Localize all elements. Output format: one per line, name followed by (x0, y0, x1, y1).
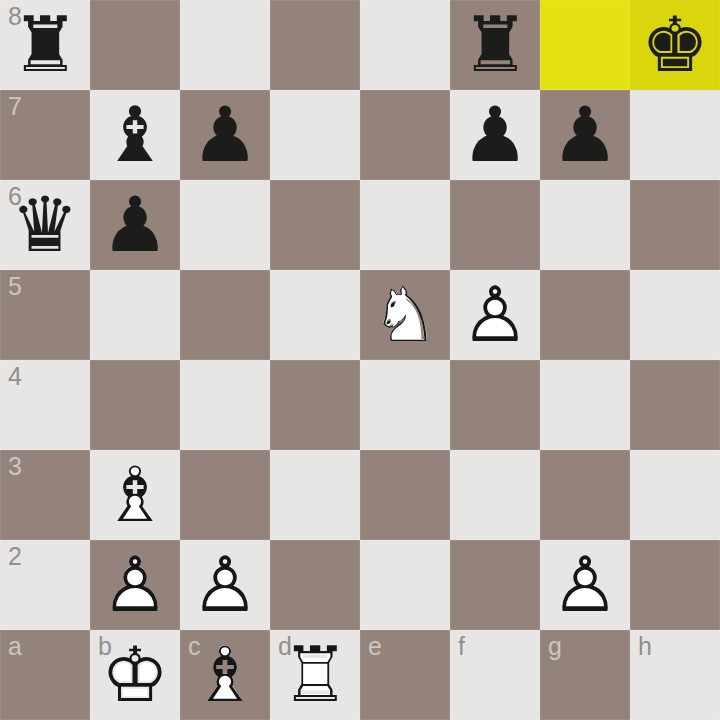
black-pawn-glyph: ♟ (90, 180, 180, 270)
square-e1[interactable]: e (360, 630, 450, 720)
white-pawn-outline-glyph: ♙ (90, 540, 180, 630)
square-f6[interactable] (450, 180, 540, 270)
square-e5[interactable]: ♞♘ (360, 270, 450, 360)
square-c4[interactable] (180, 360, 270, 450)
square-f1[interactable]: f (450, 630, 540, 720)
white-bishop-outline-glyph: ♗ (180, 630, 270, 720)
square-a7[interactable]: 7 (0, 90, 90, 180)
square-f3[interactable] (450, 450, 540, 540)
square-h1[interactable]: h (630, 630, 720, 720)
square-c3[interactable] (180, 450, 270, 540)
piece-black-rook-f8[interactable]: ♜ (450, 0, 540, 90)
square-h7[interactable] (630, 90, 720, 180)
square-e2[interactable] (360, 540, 450, 630)
square-d6[interactable] (270, 180, 360, 270)
piece-black-king-h8[interactable]: ♚ (630, 0, 720, 90)
piece-black-pawn-c7[interactable]: ♟ (180, 90, 270, 180)
white-bishop-outline-glyph: ♗ (90, 450, 180, 540)
square-b6[interactable]: ♟ (90, 180, 180, 270)
white-rook-outline-glyph: ♖ (270, 630, 360, 720)
black-queen-glyph: ♛ (0, 180, 90, 270)
square-c2[interactable]: ♟♙ (180, 540, 270, 630)
piece-white-bishop-c1[interactable]: ♝♗ (180, 630, 270, 720)
square-b8[interactable] (90, 0, 180, 90)
file-label-e: e (368, 633, 382, 661)
piece-black-pawn-g7[interactable]: ♟ (540, 90, 630, 180)
file-label-a: a (8, 633, 22, 661)
square-g1[interactable]: g (540, 630, 630, 720)
square-b1[interactable]: b♚♔ (90, 630, 180, 720)
square-b4[interactable] (90, 360, 180, 450)
square-g2[interactable]: ♟♙ (540, 540, 630, 630)
square-a4[interactable]: 4 (0, 360, 90, 450)
rank-label-3: 3 (8, 453, 22, 481)
black-pawn-glyph: ♟ (180, 90, 270, 180)
piece-white-pawn-f5[interactable]: ♟♙ (450, 270, 540, 360)
square-h4[interactable] (630, 360, 720, 450)
square-a2[interactable]: 2 (0, 540, 90, 630)
rank-label-2: 2 (8, 543, 22, 571)
rank-label-4: 4 (8, 363, 22, 391)
square-h3[interactable] (630, 450, 720, 540)
piece-black-queen-a6[interactable]: ♛ (0, 180, 90, 270)
white-pawn-outline-glyph: ♙ (450, 270, 540, 360)
piece-black-pawn-b6[interactable]: ♟ (90, 180, 180, 270)
square-b5[interactable] (90, 270, 180, 360)
square-b7[interactable]: ♝ (90, 90, 180, 180)
square-h6[interactable] (630, 180, 720, 270)
square-g7[interactable]: ♟ (540, 90, 630, 180)
square-b2[interactable]: ♟♙ (90, 540, 180, 630)
square-e8[interactable] (360, 0, 450, 90)
square-g8[interactable] (540, 0, 630, 90)
square-g5[interactable] (540, 270, 630, 360)
square-f5[interactable]: ♟♙ (450, 270, 540, 360)
square-g6[interactable] (540, 180, 630, 270)
rank-label-5: 5 (8, 273, 22, 301)
piece-black-rook-a8[interactable]: ♜ (0, 0, 90, 90)
square-d8[interactable] (270, 0, 360, 90)
square-h2[interactable] (630, 540, 720, 630)
file-label-f: f (458, 633, 465, 661)
square-f7[interactable]: ♟ (450, 90, 540, 180)
square-d1[interactable]: d♜♖ (270, 630, 360, 720)
square-c7[interactable]: ♟ (180, 90, 270, 180)
black-pawn-glyph: ♟ (450, 90, 540, 180)
square-d3[interactable] (270, 450, 360, 540)
piece-white-rook-d1[interactable]: ♜♖ (270, 630, 360, 720)
black-pawn-glyph: ♟ (540, 90, 630, 180)
square-d7[interactable] (270, 90, 360, 180)
white-pawn-outline-glyph: ♙ (540, 540, 630, 630)
piece-black-bishop-b7[interactable]: ♝ (90, 90, 180, 180)
piece-white-pawn-b2[interactable]: ♟♙ (90, 540, 180, 630)
piece-white-king-b1[interactable]: ♚♔ (90, 630, 180, 720)
square-d4[interactable] (270, 360, 360, 450)
square-a6[interactable]: 6♛ (0, 180, 90, 270)
white-king-outline-glyph: ♔ (90, 630, 180, 720)
square-f8[interactable]: ♜ (450, 0, 540, 90)
square-e6[interactable] (360, 180, 450, 270)
square-e4[interactable] (360, 360, 450, 450)
square-a5[interactable]: 5 (0, 270, 90, 360)
square-g4[interactable] (540, 360, 630, 450)
square-h8[interactable]: ♚ (630, 0, 720, 90)
square-e3[interactable] (360, 450, 450, 540)
piece-white-pawn-g2[interactable]: ♟♙ (540, 540, 630, 630)
square-b3[interactable]: ♝♗ (90, 450, 180, 540)
square-f2[interactable] (450, 540, 540, 630)
piece-white-bishop-b3[interactable]: ♝♗ (90, 450, 180, 540)
black-rook-glyph: ♜ (450, 0, 540, 90)
piece-white-knight-e5[interactable]: ♞♘ (360, 270, 450, 360)
square-e7[interactable] (360, 90, 450, 180)
white-knight-outline-glyph: ♘ (360, 270, 450, 360)
black-king-glyph: ♚ (630, 0, 720, 90)
piece-white-pawn-c2[interactable]: ♟♙ (180, 540, 270, 630)
square-h5[interactable] (630, 270, 720, 360)
square-d5[interactable] (270, 270, 360, 360)
square-c8[interactable] (180, 0, 270, 90)
square-a8[interactable]: 8♜ (0, 0, 90, 90)
chess-board: 8♜♜♚7♝♟♟♟6♛♟5♞♘♟♙43♝♗2♟♙♟♙♟♙ab♚♔c♝♗d♜♖ef… (0, 0, 720, 720)
white-pawn-outline-glyph: ♙ (180, 540, 270, 630)
square-c6[interactable] (180, 180, 270, 270)
square-a3[interactable]: 3 (0, 450, 90, 540)
file-label-h: h (638, 633, 652, 661)
piece-black-pawn-f7[interactable]: ♟ (450, 90, 540, 180)
file-label-g: g (548, 633, 562, 661)
square-c5[interactable] (180, 270, 270, 360)
rank-label-7: 7 (8, 93, 22, 121)
square-d2[interactable] (270, 540, 360, 630)
black-bishop-glyph: ♝ (90, 90, 180, 180)
square-a1[interactable]: a (0, 630, 90, 720)
square-g3[interactable] (540, 450, 630, 540)
square-c1[interactable]: c♝♗ (180, 630, 270, 720)
black-rook-glyph: ♜ (0, 0, 90, 90)
square-f4[interactable] (450, 360, 540, 450)
